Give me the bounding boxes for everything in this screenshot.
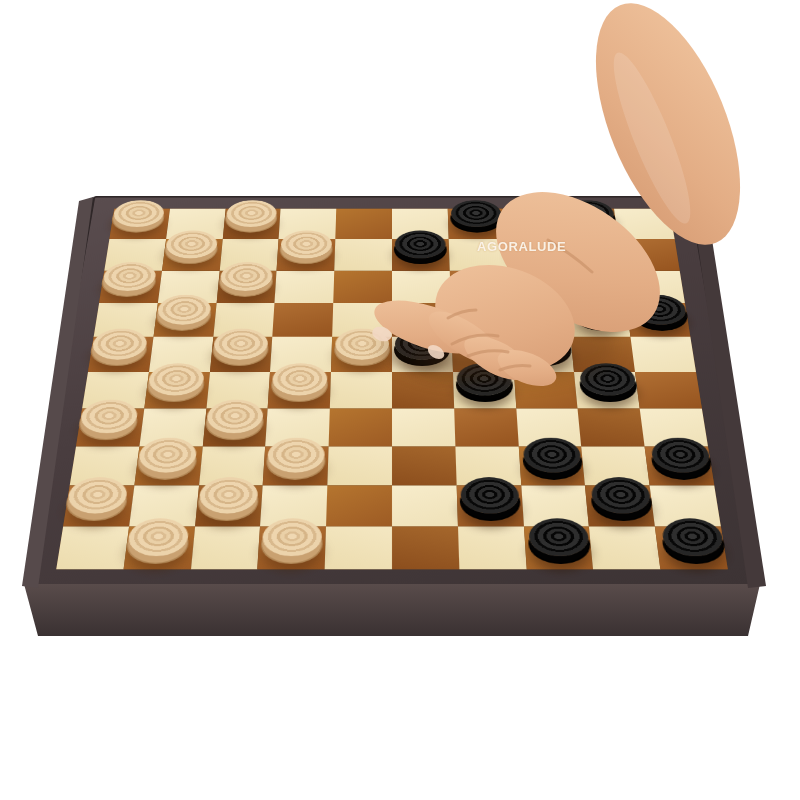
checker-dark [395, 231, 446, 259]
square-r3c3 [216, 271, 277, 304]
square-r10c8 [524, 527, 594, 570]
square-r9c3 [195, 486, 263, 527]
checker-dark [451, 200, 502, 227]
square-r10c10 [655, 527, 728, 570]
checker-dark [460, 477, 520, 513]
square-r5c1 [88, 337, 153, 372]
square-r7c9 [578, 408, 645, 446]
square-r2c5 [334, 239, 392, 270]
checker-light [91, 328, 149, 359]
square-r4c4 [273, 303, 334, 337]
checker-dark [395, 328, 449, 359]
square-r7c6 [392, 408, 455, 446]
square-r6c8 [514, 372, 578, 408]
checker-dark [660, 518, 725, 556]
square-r2c6 [392, 239, 450, 270]
square-r10c9 [589, 527, 660, 570]
square-r3c6 [392, 271, 451, 304]
checker-light [66, 477, 129, 513]
square-r2c4 [277, 239, 336, 270]
square-r3c1 [99, 271, 162, 304]
square-r6c5 [330, 372, 392, 408]
square-r8c2 [134, 446, 202, 485]
checker-light [271, 363, 327, 395]
board-grid [56, 209, 728, 570]
square-r2c2 [162, 239, 223, 270]
checker-light [266, 438, 325, 473]
checker-light [198, 477, 259, 513]
board-frame [24, 196, 760, 588]
checker-light [213, 328, 269, 359]
square-r10c2 [123, 527, 194, 570]
checker-light [219, 262, 273, 291]
square-r10c1 [56, 527, 129, 570]
square-r5c8 [511, 337, 574, 372]
square-r7c1 [76, 408, 144, 446]
checker-dark [456, 363, 512, 395]
square-r7c3 [202, 408, 268, 446]
square-r5c3 [210, 337, 273, 372]
square-r6c7 [453, 372, 516, 408]
square-r4c7 [451, 303, 512, 337]
square-r8c8 [518, 446, 585, 485]
square-r1c9 [559, 209, 618, 239]
checker-light [127, 518, 191, 556]
square-r1c7 [448, 209, 505, 239]
square-r3c5 [333, 271, 392, 304]
checker-dark [579, 363, 637, 395]
square-r8c10 [645, 446, 715, 485]
square-r10c6 [392, 527, 459, 570]
square-r4c9 [568, 303, 631, 337]
checker-light [261, 518, 322, 556]
checker-dark [528, 518, 590, 556]
square-r7c7 [454, 408, 518, 446]
square-r1c1 [109, 209, 169, 239]
square-r5c10 [631, 337, 696, 372]
square-r5c5 [331, 337, 392, 372]
square-r8c6 [392, 446, 456, 485]
square-r6c10 [635, 372, 702, 408]
square-r6c4 [268, 372, 331, 408]
square-r2c9 [562, 239, 623, 270]
square-r2c10 [618, 239, 680, 270]
square-r1c10 [614, 209, 674, 239]
square-r9c5 [326, 486, 392, 527]
square-r9c9 [585, 486, 655, 527]
checkers-board [24, 196, 760, 588]
square-r9c1 [63, 486, 134, 527]
checker-dark [590, 477, 652, 513]
checker-dark [454, 295, 508, 325]
checker-light [112, 200, 166, 227]
product-photo-scene: AGORALUDE [0, 0, 800, 800]
square-r6c9 [574, 372, 639, 408]
square-r4c2 [153, 303, 216, 337]
square-r10c3 [191, 527, 261, 570]
square-r8c5 [328, 446, 392, 485]
square-r9c7 [456, 486, 523, 527]
checker-light [165, 231, 219, 259]
square-r3c4 [275, 271, 335, 304]
square-r7c5 [329, 408, 392, 446]
watermark-text: AGORALUDE [477, 239, 566, 254]
checker-light [147, 363, 205, 395]
square-r1c5 [335, 209, 392, 239]
square-r5c6 [392, 337, 453, 372]
checker-dark [562, 200, 615, 227]
checker-light [225, 200, 277, 227]
checker-light [334, 328, 388, 359]
square-r8c4 [263, 446, 329, 485]
square-r10c5 [325, 527, 392, 570]
square-r1c3 [222, 209, 280, 239]
checker-dark [515, 328, 571, 359]
square-r3c8 [507, 271, 568, 304]
checker-light [280, 231, 332, 259]
checker-light [206, 400, 264, 434]
square-r6c6 [392, 372, 454, 408]
checker-light [156, 295, 212, 325]
square-r6c2 [144, 372, 209, 408]
square-r10c4 [258, 527, 327, 570]
square-r9c6 [392, 486, 458, 527]
square-r4c10 [626, 303, 690, 337]
square-r10c7 [458, 527, 527, 570]
